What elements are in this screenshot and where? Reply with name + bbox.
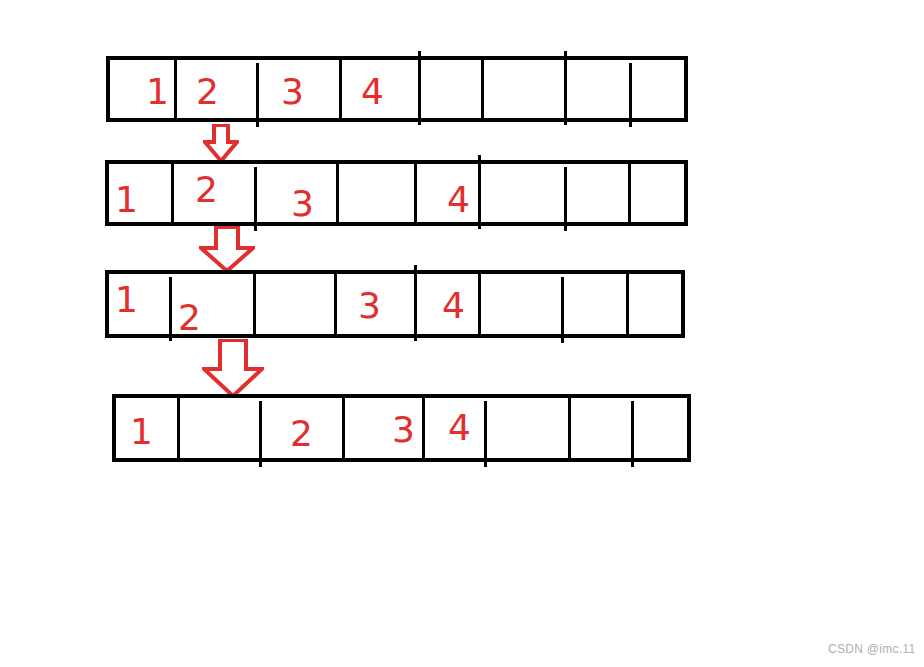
- grid-line: [336, 163, 339, 223]
- grid-line: [414, 265, 417, 341]
- array-row-2: 1 2 3 4: [105, 160, 688, 226]
- grid-line: [334, 273, 337, 335]
- cell-value: 4: [447, 182, 470, 218]
- grid-line: [564, 167, 567, 231]
- cell-value: 2: [178, 300, 201, 336]
- grid-line: [177, 397, 180, 459]
- grid-line: [628, 163, 631, 223]
- grid-line: [629, 63, 632, 127]
- cell-value: 2: [290, 416, 313, 452]
- grid-line: [478, 273, 481, 335]
- down-arrow-icon: [202, 339, 264, 397]
- grid-line: [564, 51, 567, 125]
- cell-value: 2: [196, 74, 219, 110]
- cell-value: 1: [115, 282, 138, 318]
- down-arrow-icon: [203, 124, 239, 162]
- grid-line: [171, 163, 174, 223]
- diagram-canvas: 1 2 3 4 1 2 3 4 1 2 3 4: [0, 0, 924, 667]
- array-row-1: 1 2 3 4: [106, 56, 688, 122]
- grid-line: [418, 51, 421, 125]
- grid-line: [259, 401, 262, 467]
- grid-line: [568, 397, 571, 459]
- grid-line: [414, 163, 417, 223]
- grid-line: [478, 155, 481, 229]
- grid-line: [561, 277, 564, 343]
- watermark: CSDN @imc.11: [828, 642, 916, 656]
- grid-line: [481, 59, 484, 119]
- array-row-4: 1 2 3 4: [112, 394, 691, 462]
- grid-line: [626, 273, 629, 335]
- cell-value: 3: [392, 412, 415, 448]
- grid-line: [174, 59, 177, 119]
- grid-line: [339, 59, 342, 119]
- grid-line: [631, 401, 634, 467]
- array-row-3: 1 2 3 4: [105, 270, 685, 338]
- cell-value: 4: [448, 410, 471, 446]
- cell-value: 1: [146, 74, 169, 110]
- grid-line: [342, 397, 345, 459]
- cell-value: 4: [442, 288, 465, 324]
- cell-value: 4: [361, 74, 384, 110]
- cell-value: 3: [281, 74, 304, 110]
- down-arrow-icon: [199, 226, 255, 272]
- grid-line: [253, 273, 256, 335]
- grid-line: [254, 167, 257, 231]
- grid-line: [484, 401, 487, 467]
- grid-line: [256, 63, 259, 127]
- cell-value: 1: [130, 414, 153, 450]
- cell-value: 2: [195, 172, 218, 208]
- cell-value: 3: [291, 186, 314, 222]
- cell-value: 1: [115, 182, 138, 218]
- grid-line: [422, 397, 425, 459]
- grid-line: [169, 277, 172, 341]
- cell-value: 3: [358, 288, 381, 324]
